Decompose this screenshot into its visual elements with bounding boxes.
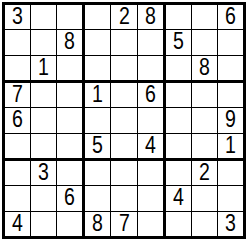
cell-r4c5[interactable] — [111, 83, 136, 107]
cell-r4c3[interactable] — [57, 83, 82, 107]
cell-r7c3[interactable] — [57, 161, 82, 185]
sudoku-page: 381286587616549136487243 — [0, 0, 247, 243]
cell-r3c8[interactable]: 8 — [192, 56, 217, 80]
cell-r8c2[interactable] — [31, 186, 56, 210]
cell-r1c4[interactable] — [85, 5, 110, 29]
cell-r2c1[interactable] — [5, 30, 30, 54]
cell-r1c8[interactable] — [192, 5, 217, 29]
cell-r7c4[interactable] — [85, 161, 110, 185]
cell-r1c6[interactable]: 8 — [138, 5, 163, 29]
cell-r4c9[interactable] — [218, 83, 243, 107]
box-1-1: 381 — [5, 5, 82, 80]
cell-r9c5[interactable]: 7 — [111, 212, 136, 236]
box-3-3: 243 — [166, 161, 243, 236]
cell-r9c8[interactable] — [192, 212, 217, 236]
cell-r9c9[interactable]: 3 — [218, 212, 243, 236]
cell-r2c7[interactable]: 5 — [166, 30, 191, 54]
given-digit: 8 — [92, 212, 103, 236]
cell-r8c1[interactable] — [5, 186, 30, 210]
box-1-2: 28 — [85, 5, 162, 80]
cell-r7c9[interactable] — [218, 161, 243, 185]
cell-r4c7[interactable] — [166, 83, 191, 107]
cell-r5c1[interactable]: 6 — [5, 108, 30, 132]
given-digit: 2 — [199, 161, 210, 185]
cell-r4c4[interactable]: 1 — [85, 83, 110, 107]
cell-r8c7[interactable]: 4 — [166, 186, 191, 210]
cell-r1c7[interactable] — [166, 5, 191, 29]
cell-r9c2[interactable] — [31, 212, 56, 236]
cell-r3c4[interactable] — [85, 56, 110, 80]
cell-r3c1[interactable] — [5, 56, 30, 80]
cell-r3c9[interactable] — [218, 56, 243, 80]
cell-r3c6[interactable] — [138, 56, 163, 80]
box-2-2: 1654 — [85, 83, 162, 158]
cell-r2c9[interactable] — [218, 30, 243, 54]
given-digit: 5 — [92, 134, 103, 158]
box-3-2: 87 — [85, 161, 162, 236]
given-digit: 4 — [173, 186, 184, 210]
given-digit: 3 — [38, 161, 49, 185]
cell-r2c8[interactable] — [192, 30, 217, 54]
given-digit: 4 — [145, 134, 156, 158]
given-digit: 7 — [12, 83, 23, 107]
sudoku-board: 381286587616549136487243 — [2, 2, 246, 239]
cell-r5c3[interactable] — [57, 108, 82, 132]
given-digit: 8 — [64, 30, 75, 54]
given-digit: 6 — [64, 186, 75, 210]
cell-r1c5[interactable]: 2 — [111, 5, 136, 29]
cell-r4c8[interactable] — [192, 83, 217, 107]
cell-r9c6[interactable] — [138, 212, 163, 236]
given-digit: 8 — [145, 5, 156, 29]
given-digit: 5 — [173, 30, 184, 54]
given-digit: 8 — [199, 56, 210, 80]
given-digit: 6 — [12, 108, 23, 132]
given-digit: 1 — [225, 134, 236, 158]
cell-r6c9[interactable]: 1 — [218, 134, 243, 158]
cell-r9c7[interactable] — [166, 212, 191, 236]
given-digit: 6 — [145, 83, 156, 107]
cell-r7c5[interactable] — [111, 161, 136, 185]
cell-r4c6[interactable]: 6 — [138, 83, 163, 107]
cell-r2c3[interactable]: 8 — [57, 30, 82, 54]
cell-r6c6[interactable]: 4 — [138, 134, 163, 158]
given-digit: 2 — [119, 5, 130, 29]
box-2-3: 91 — [166, 83, 243, 158]
cell-r7c2[interactable]: 3 — [31, 161, 56, 185]
cell-r8c3[interactable]: 6 — [57, 186, 82, 210]
cell-r8c5[interactable] — [111, 186, 136, 210]
box-3-1: 364 — [5, 161, 82, 236]
cell-r1c1[interactable]: 3 — [5, 5, 30, 29]
cell-r6c5[interactable] — [111, 134, 136, 158]
cell-r9c1[interactable]: 4 — [5, 212, 30, 236]
cell-r5c9[interactable]: 9 — [218, 108, 243, 132]
cell-r9c4[interactable]: 8 — [85, 212, 110, 236]
given-digit: 4 — [12, 212, 23, 236]
cell-r3c2[interactable]: 1 — [31, 56, 56, 80]
cell-r6c4[interactable]: 5 — [85, 134, 110, 158]
box-2-1: 76 — [5, 83, 82, 158]
cell-r3c5[interactable] — [111, 56, 136, 80]
given-digit: 7 — [119, 212, 130, 236]
given-digit: 3 — [12, 5, 23, 29]
cell-r7c8[interactable]: 2 — [192, 161, 217, 185]
cell-r3c3[interactable] — [57, 56, 82, 80]
cell-r2c4[interactable] — [85, 30, 110, 54]
cell-r7c1[interactable] — [5, 161, 30, 185]
cell-r2c2[interactable] — [31, 30, 56, 54]
cell-r7c6[interactable] — [138, 161, 163, 185]
box-1-3: 658 — [166, 5, 243, 80]
cell-r5c5[interactable] — [111, 108, 136, 132]
cell-r6c2[interactable] — [31, 134, 56, 158]
given-digit: 9 — [225, 108, 236, 132]
cell-r7c7[interactable] — [166, 161, 191, 185]
given-digit: 3 — [225, 212, 236, 236]
cell-r4c1[interactable]: 7 — [5, 83, 30, 107]
cell-r6c7[interactable] — [166, 134, 191, 158]
cell-r1c9[interactable]: 6 — [218, 5, 243, 29]
cell-r3c7[interactable] — [166, 56, 191, 80]
cell-r8c9[interactable] — [218, 186, 243, 210]
cell-r2c6[interactable] — [138, 30, 163, 54]
cell-r8c6[interactable] — [138, 186, 163, 210]
cell-r5c2[interactable] — [31, 108, 56, 132]
cell-r4c2[interactable] — [31, 83, 56, 107]
cell-r1c3[interactable] — [57, 5, 82, 29]
given-digit: 1 — [38, 56, 49, 80]
cell-r8c8[interactable] — [192, 186, 217, 210]
given-digit: 6 — [225, 5, 236, 29]
cell-r5c7[interactable] — [166, 108, 191, 132]
cell-r9c3[interactable] — [57, 212, 82, 236]
cell-r8c4[interactable] — [85, 186, 110, 210]
cell-r6c8[interactable] — [192, 134, 217, 158]
cell-r5c8[interactable] — [192, 108, 217, 132]
cell-r6c3[interactable] — [57, 134, 82, 158]
cell-r5c6[interactable] — [138, 108, 163, 132]
cell-r6c1[interactable] — [5, 134, 30, 158]
cell-r2c5[interactable] — [111, 30, 136, 54]
given-digit: 1 — [92, 83, 103, 107]
cell-r5c4[interactable] — [85, 108, 110, 132]
cell-r1c2[interactable] — [31, 5, 56, 29]
